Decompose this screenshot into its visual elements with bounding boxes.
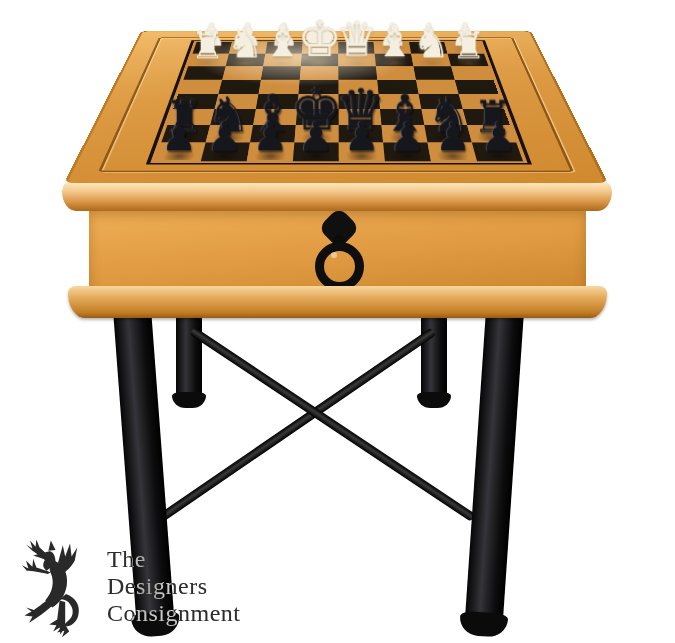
tabletop-wood-surface: ♟♟♟♟♟♟♟♟♜♞♝♚♛♝♞♜♜♞♝♚♛♝♞♜♟♟♟♟♟♟♟♟ xyxy=(64,31,608,183)
square: ♟ xyxy=(201,142,250,161)
square: ♟ xyxy=(472,142,523,161)
table-base-molding xyxy=(68,286,607,318)
black-pawn: ♟ xyxy=(161,117,197,157)
white-knight: ♞ xyxy=(413,22,450,63)
square: ♜ xyxy=(448,54,489,67)
chess-table-photo: ♟♟♟♟♟♟♟♟♜♞♝♚♛♝♞♜♜♞♝♚♛♝♞♜♟♟♟♟♟♟♟♟ The Des… xyxy=(0,0,675,643)
white-queen: ♛ xyxy=(335,15,378,63)
black-pawn: ♟ xyxy=(481,117,517,157)
leg-foot xyxy=(459,611,509,638)
white-rook: ♜ xyxy=(191,26,224,63)
chess-board: ♟♟♟♟♟♟♟♟♜♞♝♚♛♝♞♜♜♞♝♚♛♝♞♜♟♟♟♟♟♟♟♟ xyxy=(155,42,523,161)
drawer-ring-pull xyxy=(315,242,364,291)
square: ♜ xyxy=(188,54,229,67)
square xyxy=(222,66,263,79)
square: ♝ xyxy=(375,54,414,67)
watermark-line-2: Designers xyxy=(107,573,241,600)
black-pawn: ♟ xyxy=(207,117,243,157)
watermark: The Designers Consignment xyxy=(22,538,241,638)
white-knight: ♞ xyxy=(227,22,264,63)
black-pawn: ♟ xyxy=(298,117,334,157)
table-leg-front-right xyxy=(465,295,525,627)
square: ♟ xyxy=(383,142,431,161)
square: ♟ xyxy=(293,142,339,161)
square: ♟ xyxy=(155,142,206,161)
square xyxy=(183,66,225,79)
board-border: ♟♟♟♟♟♟♟♟♜♞♝♚♛♝♞♜♜♞♝♚♛♝♞♜♟♟♟♟♟♟♟♟ xyxy=(146,40,532,164)
square: ♛ xyxy=(338,54,376,67)
ring-highlight xyxy=(331,252,337,258)
square: ♝ xyxy=(263,54,302,67)
black-pawn: ♟ xyxy=(344,117,380,157)
white-bishop: ♝ xyxy=(375,20,414,64)
watermark-line-1: The xyxy=(107,546,241,573)
leg-foot xyxy=(417,392,451,408)
square: ♞ xyxy=(411,54,451,67)
square: ♚ xyxy=(301,54,339,67)
leg-foot xyxy=(172,392,206,408)
watermark-text: The Designers Consignment xyxy=(107,538,241,627)
watermark-line-3: Consignment xyxy=(107,600,241,627)
black-pawn: ♟ xyxy=(389,117,425,157)
square: ♟ xyxy=(428,142,477,161)
square: ♞ xyxy=(226,54,266,67)
black-pawn: ♟ xyxy=(252,117,288,157)
tabletop-front-edge xyxy=(62,181,612,211)
tabletop: ♟♟♟♟♟♟♟♟♜♞♝♚♛♝♞♜♜♞♝♚♛♝♞♜♟♟♟♟♟♟♟♟ xyxy=(64,31,608,183)
square: ♟ xyxy=(247,142,295,161)
black-pawn: ♟ xyxy=(435,117,471,157)
white-bishop: ♝ xyxy=(263,20,302,64)
table-drawer-apron xyxy=(89,206,586,292)
griffin-logo xyxy=(22,538,102,638)
white-rook: ♜ xyxy=(452,26,485,63)
square: ♟ xyxy=(339,142,385,161)
square xyxy=(413,66,454,79)
square xyxy=(451,66,493,79)
